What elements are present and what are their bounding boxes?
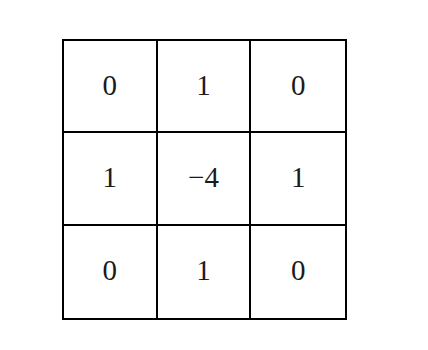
cell-r1c0: 1 <box>64 133 158 225</box>
cell-r0c1: 1 <box>158 41 252 133</box>
figure-canvas: 0 1 0 1 −4 1 0 1 0 <box>0 0 428 350</box>
cell-r0c2: 0 <box>251 41 345 133</box>
cell-r2c2: 0 <box>251 226 345 318</box>
kernel-grid: 0 1 0 1 −4 1 0 1 0 <box>62 39 347 320</box>
cell-r2c1: 1 <box>158 226 252 318</box>
cell-r0c0: 0 <box>64 41 158 133</box>
cell-r1c2: 1 <box>251 133 345 225</box>
cell-r1c1: −4 <box>158 133 252 225</box>
cell-r2c0: 0 <box>64 226 158 318</box>
